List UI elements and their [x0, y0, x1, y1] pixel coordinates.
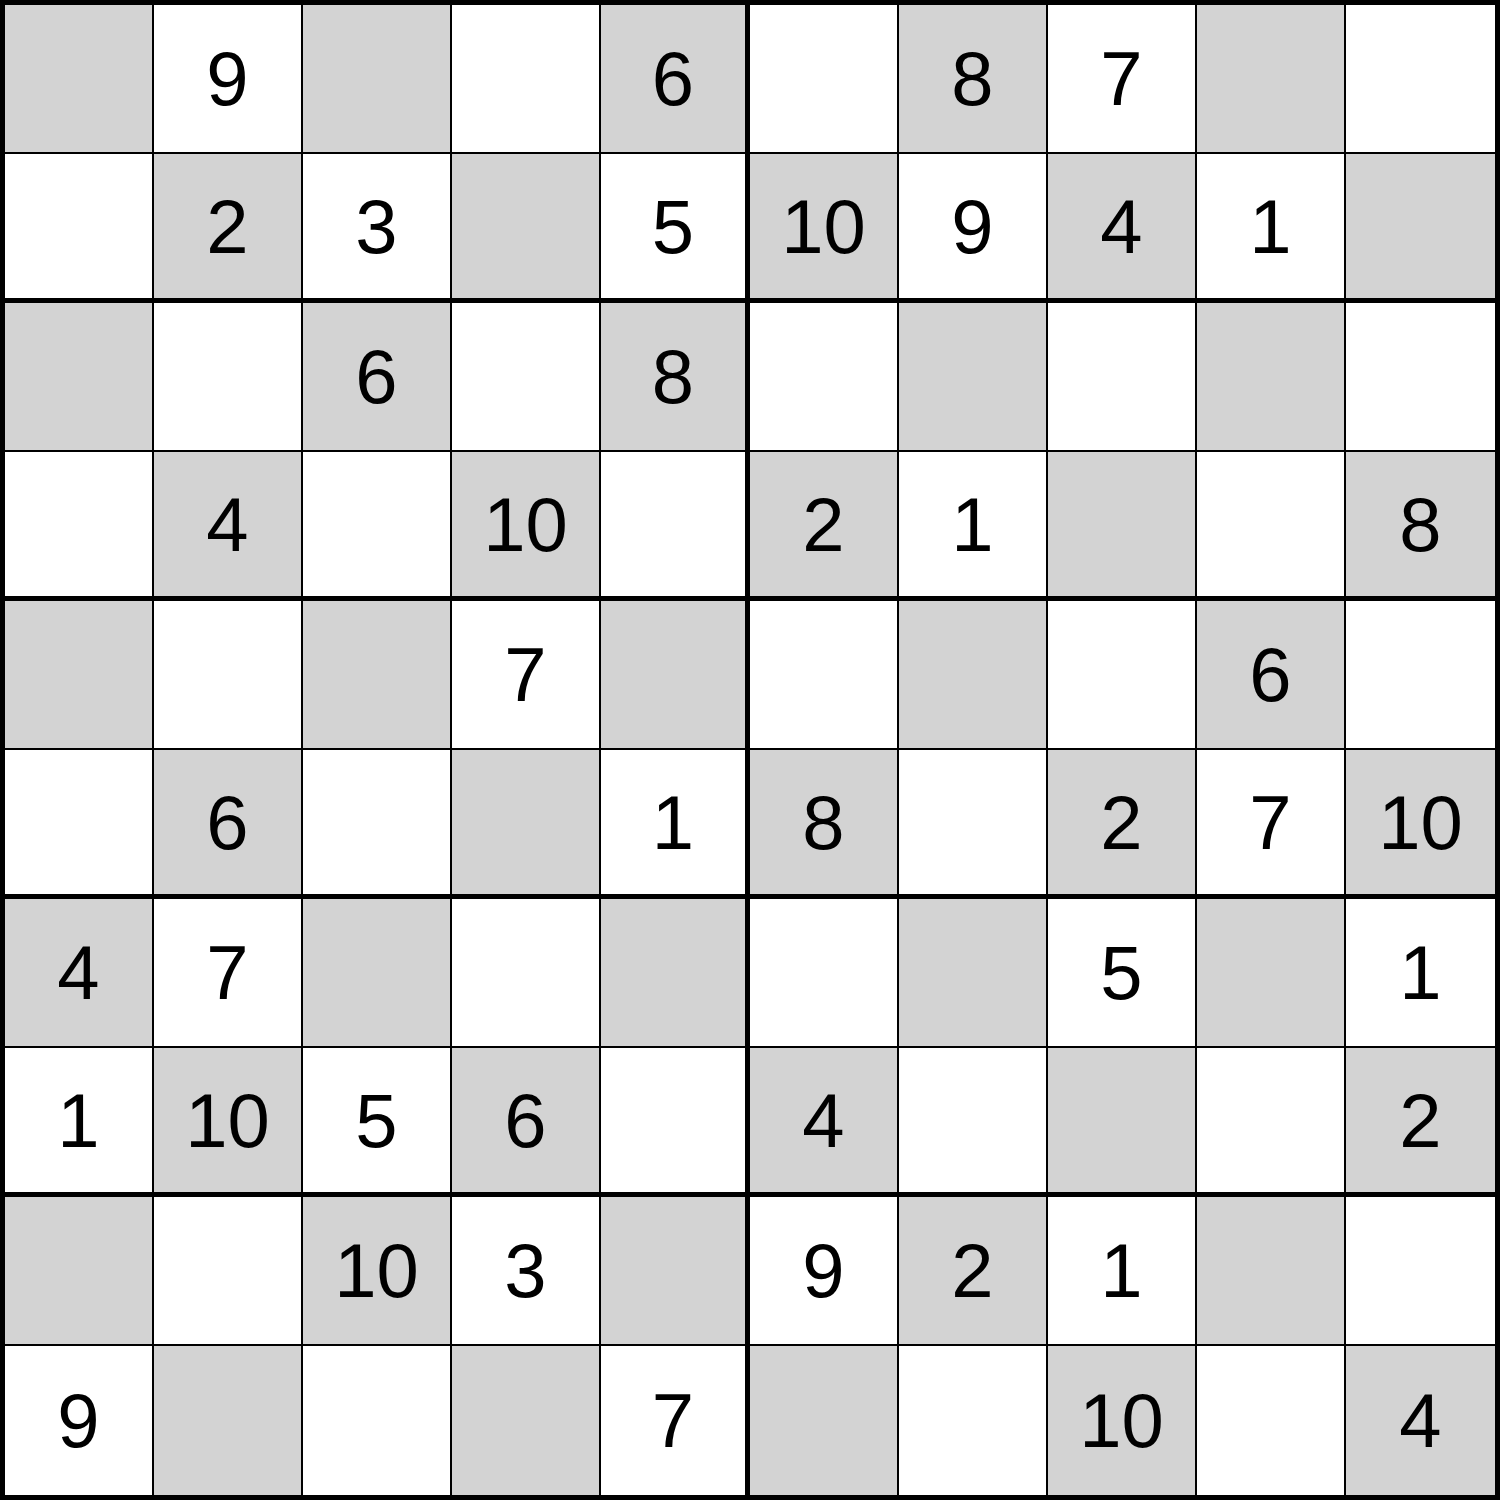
cell-r3c9-empty[interactable] — [1197, 303, 1346, 452]
cell-r2c4-empty[interactable] — [452, 154, 601, 303]
cell-r1c4-empty[interactable] — [452, 5, 601, 154]
cell-r1c5-given-6[interactable]: 6 — [601, 5, 750, 154]
cell-r10c5-given-7[interactable]: 7 — [601, 1346, 750, 1495]
cell-r1c3-empty[interactable] — [303, 5, 452, 154]
cell-r10c6-empty[interactable] — [750, 1346, 899, 1495]
cell-r8c9-empty[interactable] — [1197, 1048, 1346, 1197]
sudoku-board: 9687235109416841021876618271047511105642… — [0, 0, 1500, 1500]
cell-r8c3-given-5[interactable]: 5 — [303, 1048, 452, 1197]
cell-r8c7-empty[interactable] — [899, 1048, 1048, 1197]
cell-r2c8-given-4[interactable]: 4 — [1048, 154, 1197, 303]
cell-r4c8-empty[interactable] — [1048, 452, 1197, 601]
cell-r6c3-empty[interactable] — [303, 750, 452, 899]
cell-r4c2-given-4[interactable]: 4 — [154, 452, 303, 601]
cell-r6c10-given-10[interactable]: 10 — [1346, 750, 1495, 899]
cell-r1c10-empty[interactable] — [1346, 5, 1495, 154]
cell-r6c1-empty[interactable] — [5, 750, 154, 899]
cell-r7c6-empty[interactable] — [750, 899, 899, 1048]
cell-r8c4-given-6[interactable]: 6 — [452, 1048, 601, 1197]
cell-r3c8-empty[interactable] — [1048, 303, 1197, 452]
cell-r7c5-empty[interactable] — [601, 899, 750, 1048]
cell-r6c7-empty[interactable] — [899, 750, 1048, 899]
cell-r10c4-empty[interactable] — [452, 1346, 601, 1495]
cell-r1c7-given-8[interactable]: 8 — [899, 5, 1048, 154]
cell-r1c1-empty[interactable] — [5, 5, 154, 154]
cell-r7c2-given-7[interactable]: 7 — [154, 899, 303, 1048]
cell-r5c4-given-7[interactable]: 7 — [452, 601, 601, 750]
cell-r2c6-given-10[interactable]: 10 — [750, 154, 899, 303]
cell-r10c10-given-4[interactable]: 4 — [1346, 1346, 1495, 1495]
cell-r4c9-empty[interactable] — [1197, 452, 1346, 601]
cell-r8c6-given-4[interactable]: 4 — [750, 1048, 899, 1197]
cell-r4c4-given-10[interactable]: 10 — [452, 452, 601, 601]
cell-r4c5-empty[interactable] — [601, 452, 750, 601]
cell-r2c3-given-3[interactable]: 3 — [303, 154, 452, 303]
cell-r5c8-empty[interactable] — [1048, 601, 1197, 750]
cell-r8c8-empty[interactable] — [1048, 1048, 1197, 1197]
cell-r10c7-empty[interactable] — [899, 1346, 1048, 1495]
cell-r5c5-empty[interactable] — [601, 601, 750, 750]
cell-r10c2-empty[interactable] — [154, 1346, 303, 1495]
cell-r3c6-empty[interactable] — [750, 303, 899, 452]
cell-r3c4-empty[interactable] — [452, 303, 601, 452]
cell-r4c1-empty[interactable] — [5, 452, 154, 601]
cell-r3c2-empty[interactable] — [154, 303, 303, 452]
cell-r7c1-given-4[interactable]: 4 — [5, 899, 154, 1048]
cell-r9c3-given-10[interactable]: 10 — [303, 1197, 452, 1346]
cell-r2c2-given-2[interactable]: 2 — [154, 154, 303, 303]
cell-r6c5-given-1[interactable]: 1 — [601, 750, 750, 899]
cell-r7c9-empty[interactable] — [1197, 899, 1346, 1048]
cell-r2c7-given-9[interactable]: 9 — [899, 154, 1048, 303]
cell-r9c8-given-1[interactable]: 1 — [1048, 1197, 1197, 1346]
cell-r3c1-empty[interactable] — [5, 303, 154, 452]
cell-r6c8-given-2[interactable]: 2 — [1048, 750, 1197, 899]
cell-r2c9-given-1[interactable]: 1 — [1197, 154, 1346, 303]
cell-r9c1-empty[interactable] — [5, 1197, 154, 1346]
cell-r5c10-empty[interactable] — [1346, 601, 1495, 750]
cell-r2c5-given-5[interactable]: 5 — [601, 154, 750, 303]
cell-r2c1-empty[interactable] — [5, 154, 154, 303]
cell-r7c7-empty[interactable] — [899, 899, 1048, 1048]
cell-r10c1-given-9[interactable]: 9 — [5, 1346, 154, 1495]
cell-r9c2-empty[interactable] — [154, 1197, 303, 1346]
cell-r9c10-empty[interactable] — [1346, 1197, 1495, 1346]
cell-r1c2-given-9[interactable]: 9 — [154, 5, 303, 154]
cell-r10c9-empty[interactable] — [1197, 1346, 1346, 1495]
cell-r10c8-given-10[interactable]: 10 — [1048, 1346, 1197, 1495]
cell-r10c3-empty[interactable] — [303, 1346, 452, 1495]
cell-r6c2-given-6[interactable]: 6 — [154, 750, 303, 899]
cell-r8c2-given-10[interactable]: 10 — [154, 1048, 303, 1197]
cell-r9c7-given-2[interactable]: 2 — [899, 1197, 1048, 1346]
cell-r9c4-given-3[interactable]: 3 — [452, 1197, 601, 1346]
cell-r8c5-empty[interactable] — [601, 1048, 750, 1197]
cell-r4c6-given-2[interactable]: 2 — [750, 452, 899, 601]
cell-r9c9-empty[interactable] — [1197, 1197, 1346, 1346]
cell-r6c6-given-8[interactable]: 8 — [750, 750, 899, 899]
cell-r1c8-given-7[interactable]: 7 — [1048, 5, 1197, 154]
cell-r3c7-empty[interactable] — [899, 303, 1048, 452]
cell-r5c7-empty[interactable] — [899, 601, 1048, 750]
cell-r1c6-empty[interactable] — [750, 5, 899, 154]
cell-r5c3-empty[interactable] — [303, 601, 452, 750]
cell-r6c4-empty[interactable] — [452, 750, 601, 899]
cell-r3c5-given-8[interactable]: 8 — [601, 303, 750, 452]
cell-r8c1-given-1[interactable]: 1 — [5, 1048, 154, 1197]
cell-r7c4-empty[interactable] — [452, 899, 601, 1048]
cell-r6c9-given-7[interactable]: 7 — [1197, 750, 1346, 899]
cell-r1c9-empty[interactable] — [1197, 5, 1346, 154]
cell-r9c6-given-9[interactable]: 9 — [750, 1197, 899, 1346]
cell-r5c1-empty[interactable] — [5, 601, 154, 750]
cell-r7c10-given-1[interactable]: 1 — [1346, 899, 1495, 1048]
cell-r8c10-given-2[interactable]: 2 — [1346, 1048, 1495, 1197]
cell-r5c9-given-6[interactable]: 6 — [1197, 601, 1346, 750]
cell-r3c3-given-6[interactable]: 6 — [303, 303, 452, 452]
cell-r9c5-empty[interactable] — [601, 1197, 750, 1346]
cell-r4c3-empty[interactable] — [303, 452, 452, 601]
cell-r4c10-given-8[interactable]: 8 — [1346, 452, 1495, 601]
cell-r3c10-empty[interactable] — [1346, 303, 1495, 452]
cell-r5c2-empty[interactable] — [154, 601, 303, 750]
cell-r5c6-empty[interactable] — [750, 601, 899, 750]
cell-r2c10-empty[interactable] — [1346, 154, 1495, 303]
cell-r4c7-given-1[interactable]: 1 — [899, 452, 1048, 601]
cell-r7c8-given-5[interactable]: 5 — [1048, 899, 1197, 1048]
cell-r7c3-empty[interactable] — [303, 899, 452, 1048]
